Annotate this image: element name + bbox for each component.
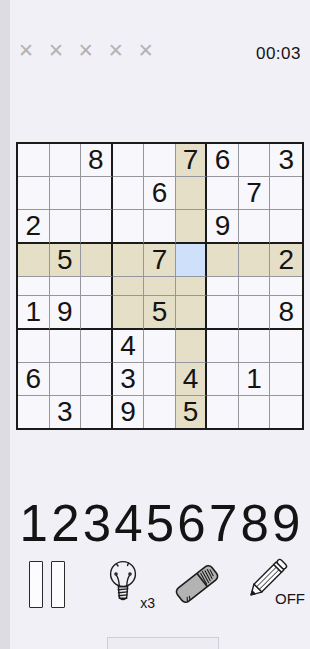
cell-r6c6[interactable] bbox=[176, 296, 208, 330]
cell-r7c5[interactable] bbox=[144, 330, 176, 363]
cell-r2c2[interactable] bbox=[50, 177, 82, 210]
cell-r8c9[interactable] bbox=[270, 363, 302, 396]
cell-r2c8[interactable]: 7 bbox=[239, 177, 271, 210]
cell-r8c3[interactable] bbox=[81, 363, 113, 396]
cell-r9c5[interactable] bbox=[144, 396, 176, 428]
cell-r1c3[interactable]: 8 bbox=[81, 144, 113, 177]
cell-r9c6[interactable]: 5 bbox=[176, 396, 208, 428]
cell-r1c2[interactable] bbox=[50, 144, 82, 177]
timer: 00:03 bbox=[256, 44, 301, 64]
mistakes-indicator: ✕✕✕✕✕ bbox=[18, 41, 154, 60]
cell-r9c4[interactable]: 9 bbox=[113, 396, 145, 428]
cell-r5c5[interactable] bbox=[144, 277, 176, 296]
cell-r7c4[interactable]: 4 bbox=[113, 330, 145, 363]
cell-r8c1[interactable]: 6 bbox=[18, 363, 50, 396]
cell-r5c4[interactable] bbox=[113, 277, 145, 296]
cell-r6c7[interactable] bbox=[207, 296, 239, 330]
cell-r3c4[interactable] bbox=[113, 210, 145, 244]
cell-r7c9[interactable] bbox=[270, 330, 302, 363]
cell-r9c8[interactable] bbox=[239, 396, 271, 428]
mistake-x-icon: ✕ bbox=[18, 41, 34, 60]
cell-r4c3[interactable] bbox=[81, 244, 113, 277]
pause-icon bbox=[51, 561, 65, 608]
banner-placeholder bbox=[107, 637, 219, 649]
cell-r5c9[interactable] bbox=[270, 277, 302, 296]
cell-r6c5[interactable]: 5 bbox=[144, 296, 176, 330]
cell-r3c2[interactable] bbox=[50, 210, 82, 244]
number-key-2[interactable]: 2 bbox=[50, 498, 82, 550]
cell-r2c9[interactable] bbox=[270, 177, 302, 210]
cell-r8c2[interactable] bbox=[50, 363, 82, 396]
eraser-button[interactable] bbox=[171, 558, 223, 610]
cell-r7c7[interactable] bbox=[207, 330, 239, 363]
number-key-6[interactable]: 6 bbox=[176, 498, 208, 550]
pause-icon bbox=[29, 561, 43, 608]
hint-count-label: x3 bbox=[140, 595, 155, 611]
mistake-x-icon: ✕ bbox=[138, 41, 154, 60]
cell-r3c8[interactable] bbox=[239, 210, 271, 244]
cell-r5c3[interactable] bbox=[81, 277, 113, 296]
cell-r1c4[interactable] bbox=[113, 144, 145, 177]
cell-r1c9[interactable]: 3 bbox=[270, 144, 302, 177]
number-pad: 123456789 bbox=[18, 498, 302, 550]
cell-r1c5[interactable] bbox=[144, 144, 176, 177]
cell-r1c6[interactable]: 7 bbox=[176, 144, 208, 177]
cell-r3c3[interactable] bbox=[81, 210, 113, 244]
number-key-7[interactable]: 7 bbox=[207, 498, 239, 550]
sudoku-app-screen: ✕✕✕✕✕ 00:03 87636729572195846341395 1234… bbox=[10, 0, 310, 649]
cell-r3c5[interactable] bbox=[144, 210, 176, 244]
cell-r5c6[interactable] bbox=[176, 277, 208, 296]
cell-r8c8[interactable]: 1 bbox=[239, 363, 271, 396]
cell-r1c1[interactable] bbox=[18, 144, 50, 177]
cell-r6c1[interactable]: 1 bbox=[18, 296, 50, 330]
cell-r4c9[interactable]: 2 bbox=[270, 244, 302, 277]
cell-r2c4[interactable] bbox=[113, 177, 145, 210]
cell-r2c7[interactable] bbox=[207, 177, 239, 210]
pause-button[interactable] bbox=[29, 561, 65, 608]
cell-r8c4[interactable]: 3 bbox=[113, 363, 145, 396]
cell-r3c1[interactable]: 2 bbox=[18, 210, 50, 244]
number-key-8[interactable]: 8 bbox=[239, 498, 271, 550]
pencil-button[interactable]: OFF bbox=[241, 555, 305, 611]
cell-r8c6[interactable]: 4 bbox=[176, 363, 208, 396]
cell-r7c6[interactable] bbox=[176, 330, 208, 363]
cell-r8c5[interactable] bbox=[144, 363, 176, 396]
cell-r2c1[interactable] bbox=[18, 177, 50, 210]
cell-r6c3[interactable] bbox=[81, 296, 113, 330]
cell-r5c7[interactable] bbox=[207, 277, 239, 296]
cell-r6c4[interactable] bbox=[113, 296, 145, 330]
cell-r5c1[interactable] bbox=[18, 277, 50, 296]
cell-r1c8[interactable] bbox=[239, 144, 271, 177]
cell-r3c7[interactable]: 9 bbox=[207, 210, 239, 244]
number-key-4[interactable]: 4 bbox=[113, 498, 145, 550]
cell-r9c7[interactable] bbox=[207, 396, 239, 428]
cell-r4c2[interactable]: 5 bbox=[50, 244, 82, 277]
cell-r5c2[interactable] bbox=[50, 277, 82, 296]
cell-r9c3[interactable] bbox=[81, 396, 113, 428]
hint-button[interactable]: x3 bbox=[107, 559, 157, 611]
number-key-3[interactable]: 3 bbox=[81, 498, 113, 550]
cell-r8c7[interactable] bbox=[207, 363, 239, 396]
cell-r4c5[interactable]: 7 bbox=[144, 244, 176, 277]
cell-r7c3[interactable] bbox=[81, 330, 113, 363]
cell-r4c7[interactable] bbox=[207, 244, 239, 277]
eraser-icon bbox=[171, 558, 223, 610]
cell-r9c1[interactable] bbox=[18, 396, 50, 428]
cell-r3c6[interactable] bbox=[176, 210, 208, 244]
cell-r2c6[interactable] bbox=[176, 177, 208, 210]
cell-r7c1[interactable] bbox=[18, 330, 50, 363]
cell-r6c9[interactable]: 8 bbox=[270, 296, 302, 330]
cell-r5c8[interactable] bbox=[239, 277, 271, 296]
pencil-mode-label: OFF bbox=[275, 590, 305, 607]
cell-r4c4[interactable] bbox=[113, 244, 145, 277]
mistake-x-icon: ✕ bbox=[108, 41, 124, 60]
cell-r6c8[interactable] bbox=[239, 296, 271, 330]
cell-r1c7[interactable]: 6 bbox=[207, 144, 239, 177]
cell-r6c2[interactable]: 9 bbox=[50, 296, 82, 330]
mistake-x-icon: ✕ bbox=[48, 41, 64, 60]
mistake-x-icon: ✕ bbox=[78, 41, 94, 60]
cell-r9c9[interactable] bbox=[270, 396, 302, 428]
number-key-1[interactable]: 1 bbox=[18, 498, 50, 550]
cell-r2c3[interactable] bbox=[81, 177, 113, 210]
cell-r3c9[interactable] bbox=[270, 210, 302, 244]
cell-r2c5[interactable]: 6 bbox=[144, 177, 176, 210]
cell-r4c6[interactable] bbox=[176, 244, 208, 277]
cell-r4c8[interactable] bbox=[239, 244, 271, 277]
cell-r4c1[interactable] bbox=[18, 244, 50, 277]
cell-r9c2[interactable]: 3 bbox=[50, 396, 82, 428]
lightbulb-icon bbox=[107, 559, 143, 611]
cell-r7c8[interactable] bbox=[239, 330, 271, 363]
sudoku-board: 87636729572195846341395 bbox=[16, 142, 304, 430]
number-key-9[interactable]: 9 bbox=[270, 498, 302, 550]
number-key-5[interactable]: 5 bbox=[144, 498, 176, 550]
cell-r7c2[interactable] bbox=[50, 330, 82, 363]
